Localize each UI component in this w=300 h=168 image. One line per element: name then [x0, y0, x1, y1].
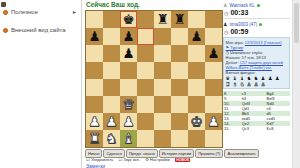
white-rook: ♜ [88, 130, 100, 146]
square-h1[interactable] [205, 130, 222, 147]
square-b8[interactable] [103, 11, 120, 28]
chevron-right-icon[interactable]: ► [72, 9, 77, 15]
square-a6[interactable] [86, 45, 103, 62]
square-f5[interactable] [171, 62, 188, 79]
square-b4[interactable] [103, 79, 120, 96]
game-page: Полезное ► Внешний вид сайта Сейчас Ваш … [0, 0, 300, 168]
square-c5[interactable] [120, 62, 137, 79]
sidebar: Полезное ► Внешний вид сайта [0, 0, 82, 168]
white-pawn: ♟ [105, 113, 117, 129]
move-list[interactable]: 8.c3Bg49.h3Bxf310.Qxf3Nd411.Qd1c612.Bb3d… [223, 91, 290, 131]
square-e8[interactable]: ♜ [154, 11, 171, 28]
square-g7[interactable]: ♟ [188, 28, 205, 45]
square-a7[interactable]: ♟ [86, 28, 103, 45]
square-c2[interactable]: ♟ [120, 113, 137, 130]
black-rook: ♜ [173, 11, 185, 27]
game-date-link[interactable]: 12/3/2013 (Главная) [245, 40, 282, 45]
toolbar-button-5[interactable]: Анализировать [224, 149, 258, 158]
square-b7[interactable] [103, 28, 120, 45]
square-b1[interactable]: ♞ [103, 130, 120, 147]
move-row-7[interactable]: 15.Qc3Kc8 [223, 126, 290, 131]
square-h6[interactable]: ♟ [205, 45, 222, 62]
square-f6[interactable] [171, 45, 188, 62]
black-pawn: ♟ [122, 45, 134, 61]
square-e7[interactable] [154, 28, 171, 45]
player-name-link[interactable]: tima3003 (47) [229, 22, 257, 27]
square-e5[interactable] [154, 62, 171, 79]
white-pawn-icon: ♙ [223, 2, 227, 8]
white-queen: ♛ [122, 96, 134, 112]
square-b6[interactable] [103, 45, 120, 62]
square-g4[interactable] [188, 79, 205, 96]
square-f4[interactable] [171, 79, 188, 96]
square-g8[interactable] [188, 11, 205, 28]
square-g5[interactable] [188, 62, 205, 79]
square-g3[interactable] [188, 96, 205, 113]
square-f3[interactable] [171, 96, 188, 113]
square-c1[interactable]: ♝ [120, 130, 137, 147]
square-f7[interactable] [171, 28, 188, 45]
checkbox-icon[interactable]: ☑ [86, 157, 90, 162]
white-king: ♚ [190, 113, 202, 129]
square-e6[interactable] [154, 45, 171, 62]
square-b2[interactable]: ♟ [103, 113, 120, 130]
square-f2[interactable] [171, 113, 188, 130]
toolbar-button-4[interactable]: Правила (?) [195, 149, 223, 158]
white-pawn: ♟ [207, 113, 219, 129]
clock-icon: ◷ [224, 10, 228, 16]
opening-variation-link[interactable]: Wilkes-Barre (Traxler) var. [226, 65, 273, 70]
square-h8[interactable] [205, 11, 222, 28]
square-a4[interactable] [86, 79, 103, 96]
square-d1[interactable] [137, 130, 154, 147]
square-d5[interactable] [137, 62, 154, 79]
chess-board[interactable]: ♚♜♜♟♟♟♟♟♛♟♟♟♚♟♜♞♝ [85, 10, 223, 148]
square-a2[interactable]: ♟ [86, 113, 103, 130]
square-b3[interactable] [103, 96, 120, 113]
square-d4[interactable] [137, 79, 154, 96]
black-pawn: ♟ [190, 28, 202, 44]
square-b5[interactable] [103, 62, 120, 79]
sidebar-item-label: Полезное [11, 9, 38, 15]
square-h7[interactable] [205, 28, 222, 45]
white-pawn: ♟ [122, 113, 134, 129]
clock-bottom: ◷ 00:59 [224, 28, 290, 35]
option-1[interactable]: ☑Звук вкл. [118, 157, 140, 162]
black-pawn-icon: ♟ [223, 21, 227, 27]
notes-link[interactable]: Заметки [86, 163, 105, 168]
square-h3[interactable] [205, 96, 222, 113]
game-info-panel: ♙ Watmack KL ◷ 00:33 ♟ tima3003 (47) ◷ 0… [223, 0, 290, 131]
square-c3[interactable]: ♛ [120, 96, 137, 113]
checkbox-icon[interactable]: ☑ [118, 157, 122, 162]
square-g6[interactable] [188, 45, 205, 62]
square-h4[interactable] [205, 79, 222, 96]
online-status-icon [259, 23, 262, 26]
clock-top: ◷ 00:33 [224, 9, 290, 16]
square-h2[interactable]: ♟ [205, 113, 222, 130]
square-g1[interactable] [188, 130, 205, 147]
your-move-banner: Сейчас Ваш ход. [86, 1, 140, 8]
square-e4[interactable] [154, 79, 171, 96]
black-pawn: ♟ [88, 28, 100, 44]
sidebar-item-appearance[interactable]: Внешний вид сайта [3, 27, 81, 33]
orange-bullet-icon [3, 28, 8, 33]
clock-icon: ◷ [224, 29, 228, 35]
captured-white-pieces: ♜ ♝ ♞ ♙ ♙ ♙ [226, 81, 288, 87]
square-h5[interactable] [205, 62, 222, 79]
square-d3[interactable] [137, 96, 154, 113]
player-name-link[interactable]: Watmack KL [229, 3, 254, 8]
black-pawn: ♟ [207, 45, 219, 61]
square-a8[interactable] [86, 11, 103, 28]
white-pawn: ♟ [88, 113, 100, 129]
square-c8[interactable]: ♚ [120, 11, 137, 28]
square-d2[interactable] [137, 113, 154, 130]
options-row: ☑Уведомлять☑Звук вкл.⚙НастройкиНОВОЕ [86, 157, 190, 162]
divider [223, 18, 290, 19]
square-e2[interactable] [154, 113, 171, 130]
square-e1[interactable] [154, 130, 171, 147]
online-status-icon [257, 4, 260, 7]
orange-bullet-icon [3, 10, 8, 15]
option-2[interactable]: ⚙Настройки [145, 157, 170, 162]
sidebar-item-useful[interactable]: Полезное ► [3, 9, 81, 15]
white-knight: ♞ [105, 130, 117, 146]
square-a3[interactable] [86, 96, 103, 113]
menu-icon[interactable] [1, 2, 6, 7]
sidebar-item-label: Внешний вид сайта [11, 27, 66, 33]
square-c7[interactable]: ♟ [120, 28, 137, 45]
player-bottom: ♟ tima3003 (47) [223, 21, 290, 27]
black-rook: ♜ [156, 11, 168, 27]
square-d6[interactable] [137, 45, 154, 62]
clock-value: 00:33 [230, 9, 248, 16]
square-c6[interactable]: ♟ [120, 45, 137, 62]
square-a1[interactable]: ♜ [86, 130, 103, 147]
square-e3[interactable] [154, 96, 171, 113]
checkbox-icon[interactable]: ⚙ [145, 157, 149, 162]
black-king: ♚ [122, 11, 134, 27]
option-0[interactable]: ☑Уведомлять [86, 157, 113, 162]
new-badge: НОВОЕ [175, 158, 191, 162]
square-d8[interactable] [137, 11, 154, 28]
game-info-box: Моя игра: 12/3/2013 (Главная) ⚑ Турнир ◷… [223, 37, 290, 89]
white-bishop: ♝ [122, 130, 134, 146]
clock-value: 00:59 [230, 28, 248, 35]
square-c4[interactable] [120, 79, 137, 96]
scrollbar-thumb[interactable] [294, 3, 299, 43]
square-f8[interactable]: ♜ [171, 11, 188, 28]
black-pawn: ♟ [122, 28, 134, 44]
captured-black-pieces: ♛ ♝ ♝ ♞ ♞ ♟ ♟ ♟ [226, 75, 288, 81]
square-a5[interactable] [86, 62, 103, 79]
square-g2[interactable]: ♚ [188, 113, 205, 130]
square-d7[interactable] [137, 28, 154, 45]
player-top: ♙ Watmack KL [223, 2, 290, 8]
square-f1[interactable] [171, 130, 188, 147]
scrollbar[interactable] [292, 0, 300, 168]
